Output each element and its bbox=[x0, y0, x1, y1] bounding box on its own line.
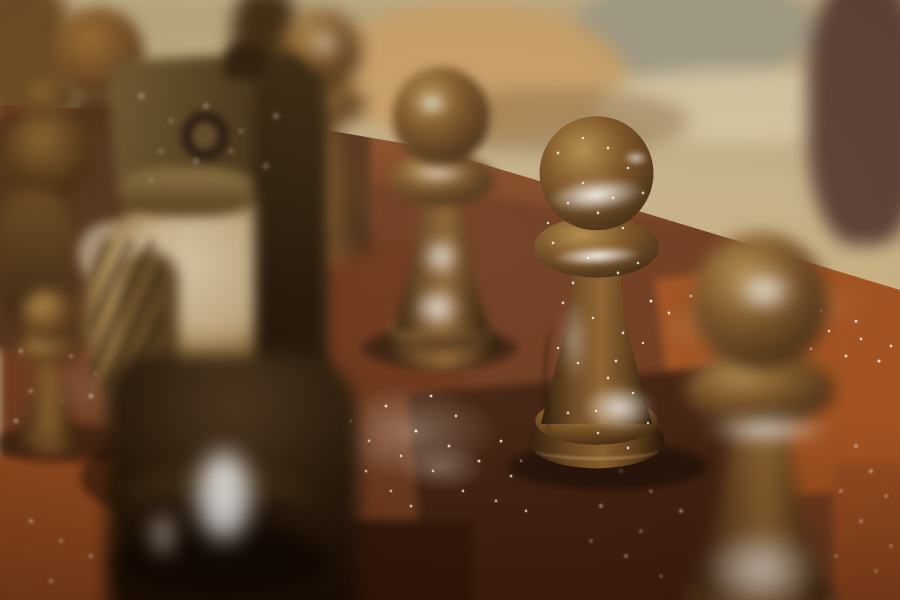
specular-highlight bbox=[701, 413, 831, 445]
chess-macro-photo bbox=[0, 0, 900, 600]
pawn-focused bbox=[527, 112, 666, 474]
knight-muzzle bbox=[118, 168, 258, 216]
dust-specks-lower bbox=[0, 0, 2, 2]
pawn-center-background bbox=[382, 64, 500, 374]
specular-highlight bbox=[420, 236, 462, 278]
pawn-right-foreground bbox=[677, 228, 843, 600]
dust-specks-knight bbox=[30, 0, 32, 2]
specular-highlight bbox=[408, 166, 470, 182]
specular-highlight bbox=[150, 515, 176, 555]
wood-grain-streak bbox=[543, 327, 563, 437]
dust-specks-pawn bbox=[527, 112, 529, 114]
background-dark-object bbox=[808, 0, 900, 245]
specular-highlight bbox=[733, 268, 797, 314]
specular-highlight bbox=[623, 150, 649, 166]
knight-eye bbox=[182, 112, 228, 160]
specular-highlight bbox=[198, 452, 250, 540]
knight-mane bbox=[255, 60, 327, 400]
specular-highlight bbox=[412, 286, 462, 330]
base-rim-highlight bbox=[535, 440, 659, 460]
board-light-square-bottom-right bbox=[833, 463, 900, 600]
knight-foreground bbox=[30, 0, 360, 600]
specular-highlight bbox=[583, 384, 655, 432]
specular-highlight bbox=[415, 92, 449, 116]
